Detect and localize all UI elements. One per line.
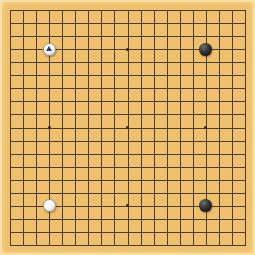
intersection[interactable] <box>134 134 147 147</box>
intersection[interactable] <box>238 238 251 251</box>
intersection[interactable] <box>3 238 16 251</box>
intersection[interactable] <box>160 147 173 160</box>
intersection[interactable] <box>173 56 186 69</box>
intersection[interactable] <box>82 160 95 173</box>
intersection[interactable] <box>199 108 212 121</box>
intersection[interactable] <box>121 121 134 134</box>
intersection[interactable] <box>225 108 238 121</box>
intersection[interactable] <box>82 186 95 199</box>
intersection[interactable] <box>95 238 108 251</box>
intersection[interactable] <box>147 238 160 251</box>
intersection[interactable] <box>225 238 238 251</box>
intersection[interactable] <box>108 212 121 225</box>
intersection[interactable] <box>56 17 69 30</box>
intersection[interactable] <box>160 17 173 30</box>
intersection[interactable] <box>17 199 30 212</box>
intersection[interactable] <box>17 134 30 147</box>
intersection[interactable] <box>3 108 16 121</box>
intersection[interactable] <box>17 3 30 16</box>
intersection[interactable] <box>82 121 95 134</box>
intersection[interactable] <box>147 43 160 56</box>
intersection[interactable] <box>17 238 30 251</box>
intersection[interactable] <box>56 43 69 56</box>
intersection[interactable] <box>199 82 212 95</box>
intersection[interactable] <box>160 43 173 56</box>
intersection[interactable] <box>225 82 238 95</box>
intersection[interactable] <box>3 173 16 186</box>
intersection[interactable] <box>225 17 238 30</box>
intersection[interactable] <box>108 173 121 186</box>
intersection[interactable] <box>160 212 173 225</box>
intersection[interactable] <box>108 56 121 69</box>
intersection[interactable] <box>173 3 186 16</box>
intersection[interactable] <box>238 173 251 186</box>
intersection[interactable] <box>147 225 160 238</box>
intersection[interactable] <box>43 82 56 95</box>
intersection[interactable] <box>186 121 199 134</box>
intersection[interactable] <box>17 108 30 121</box>
intersection[interactable] <box>56 212 69 225</box>
intersection[interactable] <box>160 30 173 43</box>
intersection[interactable] <box>173 134 186 147</box>
intersection[interactable] <box>160 160 173 173</box>
intersection[interactable] <box>17 17 30 30</box>
intersection[interactable] <box>212 147 225 160</box>
intersection[interactable] <box>199 160 212 173</box>
intersection[interactable] <box>17 212 30 225</box>
intersection[interactable] <box>199 3 212 16</box>
intersection[interactable] <box>82 108 95 121</box>
intersection[interactable] <box>173 30 186 43</box>
intersection[interactable] <box>43 160 56 173</box>
intersection[interactable] <box>43 212 56 225</box>
intersection[interactable] <box>134 30 147 43</box>
intersection[interactable] <box>121 56 134 69</box>
intersection[interactable] <box>30 69 43 82</box>
intersection[interactable] <box>147 69 160 82</box>
intersection[interactable] <box>238 199 251 212</box>
intersection[interactable] <box>3 160 16 173</box>
intersection[interactable] <box>56 160 69 173</box>
intersection[interactable] <box>30 3 43 16</box>
intersection[interactable] <box>3 3 16 16</box>
intersection[interactable] <box>147 199 160 212</box>
intersection[interactable] <box>173 43 186 56</box>
intersection[interactable] <box>147 17 160 30</box>
intersection[interactable] <box>121 225 134 238</box>
intersection[interactable] <box>30 17 43 30</box>
intersection[interactable] <box>238 95 251 108</box>
intersection[interactable] <box>160 199 173 212</box>
intersection[interactable] <box>108 225 121 238</box>
intersection[interactable] <box>186 199 199 212</box>
intersection[interactable] <box>160 121 173 134</box>
intersection[interactable] <box>212 160 225 173</box>
intersection[interactable] <box>238 82 251 95</box>
intersection[interactable] <box>95 160 108 173</box>
intersection[interactable] <box>95 82 108 95</box>
intersection[interactable] <box>43 69 56 82</box>
intersection[interactable] <box>147 3 160 16</box>
intersection[interactable] <box>121 69 134 82</box>
intersection[interactable] <box>69 56 82 69</box>
intersection[interactable] <box>108 199 121 212</box>
intersection[interactable] <box>82 69 95 82</box>
intersection[interactable] <box>30 43 43 56</box>
intersection[interactable] <box>186 30 199 43</box>
intersection[interactable] <box>186 3 199 16</box>
intersection[interactable] <box>121 108 134 121</box>
intersection[interactable] <box>56 225 69 238</box>
intersection[interactable] <box>147 160 160 173</box>
intersection[interactable] <box>199 121 212 134</box>
intersection[interactable] <box>69 160 82 173</box>
intersection[interactable] <box>212 121 225 134</box>
intersection[interactable] <box>82 43 95 56</box>
intersection[interactable] <box>212 173 225 186</box>
intersection[interactable] <box>186 108 199 121</box>
intersection[interactable] <box>160 108 173 121</box>
intersection[interactable] <box>69 238 82 251</box>
intersection[interactable] <box>186 225 199 238</box>
intersection[interactable] <box>108 30 121 43</box>
intersection[interactable] <box>108 17 121 30</box>
intersection[interactable] <box>3 17 16 30</box>
intersection[interactable] <box>108 147 121 160</box>
intersection[interactable] <box>43 108 56 121</box>
intersection[interactable] <box>225 121 238 134</box>
intersection[interactable] <box>147 56 160 69</box>
intersection[interactable] <box>173 186 186 199</box>
intersection[interactable] <box>43 134 56 147</box>
intersection[interactable] <box>30 108 43 121</box>
intersection[interactable] <box>30 225 43 238</box>
intersection[interactable] <box>160 3 173 16</box>
intersection[interactable] <box>82 225 95 238</box>
intersection[interactable] <box>173 69 186 82</box>
intersection[interactable] <box>95 225 108 238</box>
intersection[interactable] <box>69 199 82 212</box>
intersection[interactable] <box>69 147 82 160</box>
intersection[interactable] <box>121 238 134 251</box>
intersection[interactable] <box>95 108 108 121</box>
intersection[interactable] <box>108 3 121 16</box>
intersection[interactable] <box>69 95 82 108</box>
intersection[interactable] <box>147 173 160 186</box>
intersection[interactable] <box>43 3 56 16</box>
intersection[interactable] <box>199 186 212 199</box>
intersection[interactable] <box>147 147 160 160</box>
intersection[interactable] <box>134 186 147 199</box>
intersection[interactable] <box>3 56 16 69</box>
intersection[interactable] <box>238 56 251 69</box>
intersection[interactable] <box>3 225 16 238</box>
intersection[interactable] <box>212 69 225 82</box>
intersection[interactable] <box>160 82 173 95</box>
intersection[interactable] <box>225 69 238 82</box>
intersection[interactable] <box>238 225 251 238</box>
intersection[interactable] <box>212 225 225 238</box>
intersection[interactable] <box>238 30 251 43</box>
intersection[interactable] <box>173 160 186 173</box>
intersection[interactable] <box>43 186 56 199</box>
intersection[interactable] <box>225 3 238 16</box>
intersection[interactable] <box>56 173 69 186</box>
intersection[interactable] <box>69 3 82 16</box>
intersection[interactable] <box>134 95 147 108</box>
intersection[interactable] <box>121 199 134 212</box>
intersection[interactable] <box>56 30 69 43</box>
intersection[interactable] <box>199 147 212 160</box>
intersection[interactable] <box>173 17 186 30</box>
intersection[interactable] <box>43 43 56 56</box>
intersection[interactable] <box>147 108 160 121</box>
intersection[interactable] <box>69 82 82 95</box>
intersection[interactable] <box>69 134 82 147</box>
intersection[interactable] <box>173 212 186 225</box>
intersection[interactable] <box>160 173 173 186</box>
intersection[interactable] <box>225 43 238 56</box>
intersection[interactable] <box>134 147 147 160</box>
intersection[interactable] <box>238 186 251 199</box>
intersection[interactable] <box>3 82 16 95</box>
intersection[interactable] <box>43 56 56 69</box>
intersection[interactable] <box>212 17 225 30</box>
intersection[interactable] <box>212 95 225 108</box>
intersection[interactable] <box>82 199 95 212</box>
intersection[interactable] <box>199 212 212 225</box>
intersection[interactable] <box>199 199 212 212</box>
intersection[interactable] <box>160 134 173 147</box>
intersection[interactable] <box>43 147 56 160</box>
intersection[interactable] <box>147 30 160 43</box>
intersection[interactable] <box>95 173 108 186</box>
intersection[interactable] <box>108 160 121 173</box>
intersection[interactable] <box>69 69 82 82</box>
intersection[interactable] <box>134 238 147 251</box>
intersection[interactable] <box>212 134 225 147</box>
intersection[interactable] <box>56 238 69 251</box>
intersection[interactable] <box>108 82 121 95</box>
intersection[interactable] <box>108 43 121 56</box>
intersection[interactable] <box>186 69 199 82</box>
intersection[interactable] <box>108 134 121 147</box>
intersection[interactable] <box>30 82 43 95</box>
intersection[interactable] <box>95 147 108 160</box>
intersection[interactable] <box>199 238 212 251</box>
intersection[interactable] <box>186 82 199 95</box>
intersection[interactable] <box>134 212 147 225</box>
intersection[interactable] <box>186 212 199 225</box>
intersection[interactable] <box>225 134 238 147</box>
intersection[interactable] <box>134 121 147 134</box>
intersection[interactable] <box>95 69 108 82</box>
intersection[interactable] <box>95 199 108 212</box>
intersection[interactable] <box>225 173 238 186</box>
intersection[interactable] <box>108 238 121 251</box>
intersection[interactable] <box>225 212 238 225</box>
intersection[interactable] <box>212 43 225 56</box>
intersection[interactable] <box>134 82 147 95</box>
intersection[interactable] <box>121 82 134 95</box>
intersection[interactable] <box>199 95 212 108</box>
intersection[interactable] <box>186 173 199 186</box>
intersection[interactable] <box>17 82 30 95</box>
intersection[interactable] <box>173 121 186 134</box>
intersection[interactable] <box>95 186 108 199</box>
intersection[interactable] <box>17 186 30 199</box>
intersection[interactable] <box>225 225 238 238</box>
intersection[interactable] <box>108 121 121 134</box>
intersection[interactable] <box>30 199 43 212</box>
intersection[interactable] <box>30 212 43 225</box>
intersection[interactable] <box>147 82 160 95</box>
intersection[interactable] <box>30 186 43 199</box>
intersection[interactable] <box>121 134 134 147</box>
intersection[interactable] <box>212 186 225 199</box>
intersection[interactable] <box>160 95 173 108</box>
intersection[interactable] <box>134 160 147 173</box>
intersection[interactable] <box>95 43 108 56</box>
intersection[interactable] <box>134 17 147 30</box>
intersection[interactable] <box>225 147 238 160</box>
intersection[interactable] <box>17 95 30 108</box>
intersection[interactable] <box>147 212 160 225</box>
intersection[interactable] <box>134 108 147 121</box>
intersection[interactable] <box>121 173 134 186</box>
intersection[interactable] <box>95 30 108 43</box>
intersection[interactable] <box>17 160 30 173</box>
intersection[interactable] <box>43 95 56 108</box>
intersection[interactable] <box>56 134 69 147</box>
intersection[interactable] <box>160 56 173 69</box>
intersection[interactable] <box>173 147 186 160</box>
intersection[interactable] <box>69 173 82 186</box>
intersection[interactable] <box>3 212 16 225</box>
intersection[interactable] <box>69 30 82 43</box>
intersection[interactable] <box>108 186 121 199</box>
intersection[interactable] <box>160 225 173 238</box>
intersection[interactable] <box>3 121 16 134</box>
intersection[interactable] <box>199 56 212 69</box>
intersection[interactable] <box>121 3 134 16</box>
intersection[interactable] <box>56 3 69 16</box>
intersection[interactable] <box>121 95 134 108</box>
intersection[interactable] <box>95 121 108 134</box>
intersection[interactable] <box>82 173 95 186</box>
intersection[interactable] <box>225 95 238 108</box>
intersection[interactable] <box>30 160 43 173</box>
intersection[interactable] <box>199 43 212 56</box>
intersection[interactable] <box>147 95 160 108</box>
intersection[interactable] <box>17 147 30 160</box>
intersection[interactable] <box>17 43 30 56</box>
intersection[interactable] <box>3 134 16 147</box>
intersection[interactable] <box>212 108 225 121</box>
intersection[interactable] <box>186 17 199 30</box>
intersection[interactable] <box>238 69 251 82</box>
intersection[interactable] <box>56 56 69 69</box>
intersection[interactable] <box>69 17 82 30</box>
intersection[interactable] <box>147 134 160 147</box>
intersection[interactable] <box>212 199 225 212</box>
intersection[interactable] <box>43 238 56 251</box>
intersection[interactable] <box>160 186 173 199</box>
intersection[interactable] <box>17 121 30 134</box>
intersection[interactable] <box>134 173 147 186</box>
intersection[interactable] <box>56 69 69 82</box>
intersection[interactable] <box>134 225 147 238</box>
intersection[interactable] <box>56 82 69 95</box>
intersection[interactable] <box>69 43 82 56</box>
intersection[interactable] <box>121 147 134 160</box>
intersection[interactable] <box>225 186 238 199</box>
intersection[interactable] <box>30 95 43 108</box>
intersection[interactable] <box>173 108 186 121</box>
intersection[interactable] <box>43 17 56 30</box>
intersection[interactable] <box>238 212 251 225</box>
intersection[interactable] <box>95 17 108 30</box>
intersection[interactable] <box>82 17 95 30</box>
intersection[interactable] <box>186 160 199 173</box>
intersection[interactable] <box>56 108 69 121</box>
intersection[interactable] <box>173 173 186 186</box>
intersection[interactable] <box>43 30 56 43</box>
intersection[interactable] <box>160 69 173 82</box>
intersection[interactable] <box>95 56 108 69</box>
intersection[interactable] <box>238 147 251 160</box>
intersection[interactable] <box>186 56 199 69</box>
intersection[interactable] <box>30 173 43 186</box>
intersection[interactable] <box>95 3 108 16</box>
intersection[interactable] <box>56 147 69 160</box>
intersection[interactable] <box>186 147 199 160</box>
intersection[interactable] <box>212 30 225 43</box>
intersection[interactable] <box>82 134 95 147</box>
intersection[interactable] <box>3 147 16 160</box>
intersection[interactable] <box>173 238 186 251</box>
intersection[interactable] <box>147 121 160 134</box>
intersection[interactable] <box>3 186 16 199</box>
intersection[interactable] <box>108 69 121 82</box>
intersection[interactable] <box>95 95 108 108</box>
intersection[interactable] <box>147 186 160 199</box>
intersection[interactable] <box>17 30 30 43</box>
intersection[interactable] <box>186 95 199 108</box>
intersection[interactable] <box>56 199 69 212</box>
intersection[interactable] <box>108 108 121 121</box>
intersection[interactable] <box>238 108 251 121</box>
intersection[interactable] <box>238 134 251 147</box>
intersection[interactable] <box>225 30 238 43</box>
intersection[interactable] <box>160 238 173 251</box>
intersection[interactable] <box>17 173 30 186</box>
intersection[interactable] <box>121 160 134 173</box>
intersection[interactable] <box>82 30 95 43</box>
intersection[interactable] <box>173 95 186 108</box>
intersection[interactable] <box>212 82 225 95</box>
intersection[interactable] <box>212 56 225 69</box>
intersection[interactable] <box>56 186 69 199</box>
intersection[interactable] <box>82 56 95 69</box>
intersection[interactable] <box>82 238 95 251</box>
intersection[interactable] <box>186 43 199 56</box>
intersection[interactable] <box>238 43 251 56</box>
intersection[interactable] <box>212 3 225 16</box>
intersection[interactable] <box>121 186 134 199</box>
intersection[interactable] <box>238 121 251 134</box>
intersection[interactable] <box>134 3 147 16</box>
